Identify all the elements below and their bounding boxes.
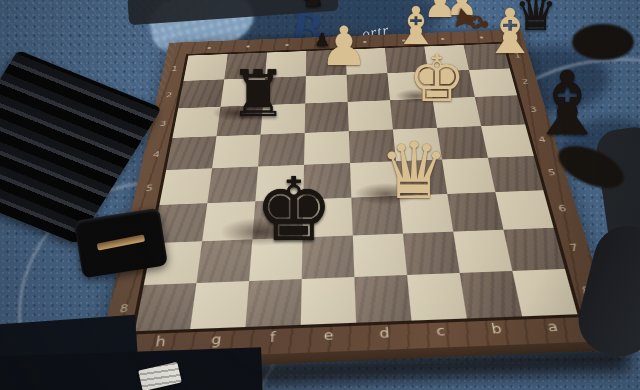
square-h1 [183,54,227,81]
far-dot [189,45,229,52]
rank-label-4: 4 [143,138,169,171]
far-dot [267,42,306,49]
black-king: ♚ [250,166,338,254]
square-b8 [460,271,522,319]
black-knight-top: ♞ [297,0,327,11]
square-e3 [305,102,349,133]
square-f8 [245,279,301,327]
white-king: ♚ [405,47,469,111]
square-d7 [353,234,407,277]
square-e8 [301,277,356,325]
far-dot [228,43,267,50]
board-field [135,43,578,331]
rank-label-5: 5 [135,170,163,206]
square-h2 [178,79,224,108]
file-label-a: a [523,317,584,341]
square-h5 [159,168,212,205]
square-g4 [212,135,260,169]
white-queen: ♛ [375,132,453,210]
square-a8 [512,269,577,316]
square-g8 [190,281,249,329]
clock-slot [97,234,145,250]
square-h4 [166,136,216,170]
file-label-e: e [300,326,357,350]
square-a2 [469,68,517,97]
square-e2 [305,75,347,104]
black-pawn-small: ♟ [313,31,331,49]
file-label-b: b [467,319,527,343]
square-b7 [453,230,512,273]
square-a7 [503,228,565,271]
square-a3 [475,95,525,126]
square-a6 [495,190,553,229]
square-h8 [135,283,197,331]
photo-scene: B ortr hgfedcba 12345678 12345678 ♚♛♚♜♟♝… [0,0,640,390]
black-piece-cluster: ♛ [512,0,560,37]
square-d8 [354,275,411,323]
black-rook: ♜ [226,62,290,126]
black-bishop-standing: ♝ [523,60,611,148]
file-label-d: d [356,324,414,348]
square-c7 [403,232,460,275]
file-label-c: c [412,322,471,346]
square-a5 [488,156,543,192]
square-b6 [447,192,503,232]
square-c8 [407,273,467,321]
square-g7 [196,239,252,283]
